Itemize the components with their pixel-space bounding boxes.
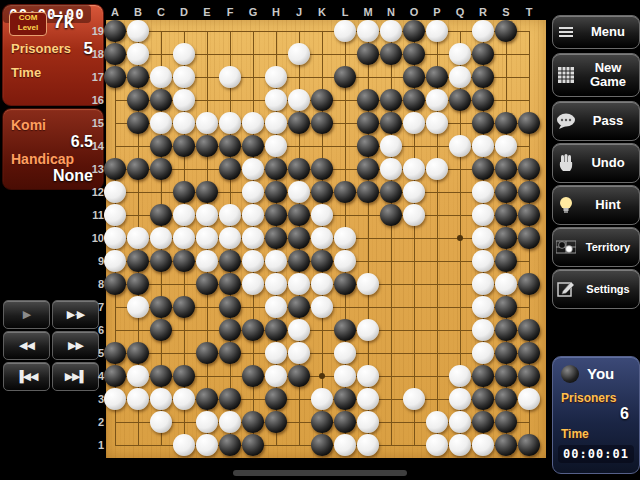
white-stone-R12 [472,181,494,203]
black-stone-C9 [150,250,172,272]
menu-button[interactable]: Menu [552,15,640,49]
black-stone-N12 [380,181,402,203]
black-stone-O18 [403,43,425,65]
white-stone-C2 [150,411,172,433]
white-stone-A11 [104,204,126,226]
black-stone-H10 [265,227,287,249]
row-label-14: 14 [84,140,104,152]
black-stone-J7 [288,296,310,318]
black-stone-K1 [311,434,333,456]
black-stone-F9 [219,250,241,272]
column-label-C: C [153,6,169,18]
black-stone-J10 [288,227,310,249]
black-stone-N18 [380,43,402,65]
white-stone-H8 [265,273,287,295]
white-stone-O15 [403,112,425,134]
white-stone-O13 [403,158,425,180]
grid-line [115,330,530,331]
pass-button[interactable]: Pass [552,101,640,141]
play-button[interactable]: ▶ [3,300,50,329]
white-stone-Q4 [449,365,471,387]
black-stone-G4 [242,365,264,387]
column-label-H: H [268,6,284,18]
player-prisoners-label: Prisoners [561,391,616,405]
white-stone-E2 [196,411,218,433]
white-stone-M8 [357,273,379,295]
white-stone-H16 [265,89,287,111]
black-stone-T4 [518,365,540,387]
row-label-16: 16 [84,94,104,106]
white-stone-C3 [150,388,172,410]
white-stone-E1 [196,434,218,456]
white-stone-J6 [288,319,310,341]
pass-label: Pass [579,114,639,128]
com-prisoners-label: Prisoners [11,41,71,56]
black-stone-B9 [127,250,149,272]
black-stone-H6 [265,319,287,341]
black-stone-C13 [150,158,172,180]
black-stone-A8 [104,273,126,295]
speech-bubble-icon [553,113,579,129]
black-stone-O17 [403,66,425,88]
row-label-15: 15 [84,117,104,129]
black-stone-R15 [472,112,494,134]
column-label-E: E [199,6,215,18]
black-stone-L12 [334,181,356,203]
black-stone-O16 [403,89,425,111]
black-stone-E5 [196,342,218,364]
black-stone-T1 [518,434,540,456]
white-stone-A9 [104,250,126,272]
black-stone-E12 [196,181,218,203]
new-game-label: New Game [579,61,639,89]
white-stone-Q2 [449,411,471,433]
black-stone-S2 [495,411,517,433]
black-stone-G1 [242,434,264,456]
menu-label: Menu [579,25,639,39]
black-stone-E14 [196,135,218,157]
row-label-1: 1 [84,439,104,451]
white-stone-N14 [380,135,402,157]
black-stone-B8 [127,273,149,295]
white-stone-F10 [219,227,241,249]
territory-button[interactable]: Territory [552,227,640,267]
white-stone-R14 [472,135,494,157]
white-stone-J18 [288,43,310,65]
black-stone-F3 [219,388,241,410]
black-stone-S7 [495,296,517,318]
black-stone-H3 [265,388,287,410]
black-stone-K16 [311,89,333,111]
black-stone-L3 [334,388,356,410]
black-stone-D4 [173,365,195,387]
player-panel: You Prisoners 6 Time 00:00:01 [552,356,640,474]
white-stone-A3 [104,388,126,410]
black-stone-T11 [518,204,540,226]
black-stone-A19 [104,20,126,42]
black-stone-H11 [265,204,287,226]
white-stone-R6 [472,319,494,341]
white-stone-K3 [311,388,333,410]
white-stone-R5 [472,342,494,364]
white-stone-H7 [265,296,287,318]
white-stone-P13 [426,158,448,180]
white-stone-B10 [127,227,149,249]
black-stone-C6 [150,319,172,341]
grid-line [115,353,530,354]
black-stone-A18 [104,43,126,65]
black-stone-H12 [265,181,287,203]
black-stone-S13 [495,158,517,180]
white-stone-D16 [173,89,195,111]
black-stone-S12 [495,181,517,203]
row-label-17: 17 [84,71,104,83]
black-stone-O19 [403,20,425,42]
white-stone-R9 [472,250,494,272]
white-stone-J5 [288,342,310,364]
white-stone-C17 [150,66,172,88]
black-stone-M14 [357,135,379,157]
black-stone-K9 [311,250,333,272]
black-stone-J15 [288,112,310,134]
black-stone-T5 [518,342,540,364]
black-stone-K13 [311,158,333,180]
white-stone-R19 [472,20,494,42]
settings-label: Settings [579,282,639,296]
row-label-18: 18 [84,48,104,60]
black-stone-A13 [104,158,126,180]
white-stone-J16 [288,89,310,111]
lightbulb-icon [553,196,579,214]
white-stone-Q18 [449,43,471,65]
black-stone-G6 [242,319,264,341]
white-stone-O12 [403,181,425,203]
black-stone-E3 [196,388,218,410]
white-stone-M6 [357,319,379,341]
black-stone-R13 [472,158,494,180]
player-prisoners-value: 6 [620,405,629,423]
hint-label: Hint [579,198,639,212]
black-stone-N11 [380,204,402,226]
black-stone-J4 [288,365,310,387]
white-stone-K10 [311,227,333,249]
black-stone-L17 [334,66,356,88]
territory-label: Territory [579,240,639,254]
undo-label: Undo [579,156,639,170]
row-label-9: 9 [84,255,104,267]
black-stone-R4 [472,365,494,387]
black-stone-S1 [495,434,517,456]
black-stone-R2 [472,411,494,433]
row-label-19: 19 [84,25,104,37]
black-stone-R3 [472,388,494,410]
black-stone-B15 [127,112,149,134]
black-stone-F8 [219,273,241,295]
black-stone-L8 [334,273,356,295]
row-label-10: 10 [84,232,104,244]
star-point [457,235,463,241]
white-stone-K8 [311,273,333,295]
black-stone-R18 [472,43,494,65]
black-stone-T15 [518,112,540,134]
black-stone-F5 [219,342,241,364]
go-board[interactable] [106,20,546,458]
white-stone-G13 [242,158,264,180]
black-stone-C4 [150,365,172,387]
white-stone-L4 [334,365,356,387]
white-stone-F17 [219,66,241,88]
handicap-label: Handicap [11,151,74,167]
black-stone-R17 [472,66,494,88]
column-label-S: S [498,6,514,18]
row-label-11: 11 [84,209,104,221]
black-stone-C7 [150,296,172,318]
white-stone-B19 [127,20,149,42]
black-stone-G14 [242,135,264,157]
black-stone-F6 [219,319,241,341]
white-stone-L5 [334,342,356,364]
black-stone-H2 [265,411,287,433]
black-stone-T13 [518,158,540,180]
white-stone-D18 [173,43,195,65]
column-label-B: B [130,6,146,18]
white-stone-E15 [196,112,218,134]
row-label-2: 2 [84,416,104,428]
white-stone-M4 [357,365,379,387]
white-stone-G11 [242,204,264,226]
white-stone-K7 [311,296,333,318]
black-stone-L2 [334,411,356,433]
white-stone-J8 [288,273,310,295]
black-stone-J9 [288,250,310,272]
board-grid-icon [553,66,579,84]
column-label-J: J [291,6,307,18]
row-label-4: 4 [84,370,104,382]
black-stone-G2 [242,411,264,433]
white-stone-G10 [242,227,264,249]
white-stone-A12 [104,181,126,203]
territory-stones-icon [553,239,579,255]
black-stone-T12 [518,181,540,203]
white-stone-E9 [196,250,218,272]
black-stone-M18 [357,43,379,65]
black-stone-F7 [219,296,241,318]
black-stone-C11 [150,204,172,226]
black-stone-S6 [495,319,517,341]
white-stone-L1 [334,434,356,456]
black-stone-T6 [518,319,540,341]
black-stone-B16 [127,89,149,111]
black-stone-M13 [357,158,379,180]
black-stone-F1 [219,434,241,456]
new-game-button[interactable]: New Game [552,53,640,97]
row-label-12: 12 [84,186,104,198]
white-stone-O11 [403,204,425,226]
white-stone-M1 [357,434,379,456]
row-label-8: 8 [84,278,104,290]
white-stone-J12 [288,181,310,203]
black-stone-A17 [104,66,126,88]
black-stone-K15 [311,112,333,134]
black-stone-Q16 [449,89,471,111]
com-time-label: Time [11,65,41,80]
white-stone-R10 [472,227,494,249]
black-stone-T10 [518,227,540,249]
white-stone-N19 [380,20,402,42]
black-stone-N15 [380,112,402,134]
black-stone-S3 [495,388,517,410]
black-stone-A4 [104,365,126,387]
black-stone-D7 [173,296,195,318]
white-stone-C15 [150,112,172,134]
white-stone-P2 [426,411,448,433]
black-stone-N16 [380,89,402,111]
white-stone-F2 [219,411,241,433]
white-stone-Q14 [449,135,471,157]
black-stone-A5 [104,342,126,364]
black-stone-J11 [288,204,310,226]
white-stone-G15 [242,112,264,134]
column-label-T: T [521,6,537,18]
white-stone-D10 [173,227,195,249]
black-stone-C16 [150,89,172,111]
white-stone-M19 [357,20,379,42]
white-stone-H5 [265,342,287,364]
hint-button[interactable]: Hint [552,185,640,225]
star-point [319,373,325,379]
white-stone-P19 [426,20,448,42]
column-label-G: G [245,6,261,18]
black-stone-B13 [127,158,149,180]
fast-rewind-button[interactable]: ◀◀ [3,331,50,360]
white-stone-R8 [472,273,494,295]
white-stone-B4 [127,365,149,387]
black-stone-S10 [495,227,517,249]
black-stone-S11 [495,204,517,226]
white-stone-D17 [173,66,195,88]
go-app-screen: COM Level 7k Prisoners 5 Time 00:00:00 K… [0,0,640,480]
white-stone-T3 [518,388,540,410]
row-label-5: 5 [84,347,104,359]
white-stone-M2 [357,411,379,433]
white-stone-P16 [426,89,448,111]
black-stone-icon [561,365,579,383]
black-stone-S4 [495,365,517,387]
black-stone-R16 [472,89,494,111]
skip-to-start-button[interactable]: ▐◀◀ [3,362,50,391]
white-stone-H4 [265,365,287,387]
white-stone-G12 [242,181,264,203]
hamburger-icon [553,26,579,38]
white-stone-H15 [265,112,287,134]
white-stone-P15 [426,112,448,134]
column-label-Q: Q [452,6,468,18]
black-stone-P17 [426,66,448,88]
white-stone-A10 [104,227,126,249]
black-stone-S19 [495,20,517,42]
white-stone-Q1 [449,434,471,456]
black-stone-D12 [173,181,195,203]
white-stone-G8 [242,273,264,295]
black-stone-L6 [334,319,356,341]
column-label-D: D [176,6,192,18]
black-stone-M16 [357,89,379,111]
com-level-badge: COM Level [9,12,47,36]
white-stone-R11 [472,204,494,226]
white-stone-H9 [265,250,287,272]
column-label-F: F [222,6,238,18]
white-stone-B3 [127,388,149,410]
row-label-6: 6 [84,324,104,336]
white-stone-D15 [173,112,195,134]
black-stone-T8 [518,273,540,295]
player-clock: 00:00:01 [558,445,634,463]
undo-button[interactable]: Undo [552,143,640,183]
white-stone-E11 [196,204,218,226]
black-stone-K12 [311,181,333,203]
white-stone-K11 [311,204,333,226]
black-stone-K2 [311,411,333,433]
black-stone-B17 [127,66,149,88]
row-label-3: 3 [84,393,104,405]
column-label-N: N [383,6,399,18]
black-stone-S9 [495,250,517,272]
white-stone-Q17 [449,66,471,88]
white-stone-L10 [334,227,356,249]
white-stone-L19 [334,20,356,42]
white-stone-H14 [265,135,287,157]
black-stone-S15 [495,112,517,134]
white-stone-B18 [127,43,149,65]
player-name: You [587,365,614,382]
white-stone-H17 [265,66,287,88]
white-stone-L9 [334,250,356,272]
pencil-document-icon [553,280,579,298]
white-stone-D3 [173,388,195,410]
column-label-A: A [107,6,123,18]
column-label-M: M [360,6,376,18]
white-stone-E10 [196,227,218,249]
white-stone-F11 [219,204,241,226]
white-stone-N13 [380,158,402,180]
white-stone-D1 [173,434,195,456]
black-stone-E8 [196,273,218,295]
row-label-13: 13 [84,163,104,175]
black-stone-B5 [127,342,149,364]
column-label-P: P [429,6,445,18]
white-stone-S8 [495,273,517,295]
column-label-O: O [406,6,422,18]
white-stone-D11 [173,204,195,226]
white-stone-P1 [426,434,448,456]
black-stone-J13 [288,158,310,180]
black-stone-S5 [495,342,517,364]
home-indicator[interactable] [233,470,407,476]
black-stone-F14 [219,135,241,157]
white-stone-C10 [150,227,172,249]
black-stone-F13 [219,158,241,180]
white-stone-B7 [127,296,149,318]
white-stone-O3 [403,388,425,410]
player-time-label: Time [561,427,589,441]
black-stone-D9 [173,250,195,272]
black-stone-M12 [357,181,379,203]
column-label-K: K [314,6,330,18]
white-stone-S14 [495,135,517,157]
black-stone-H13 [265,158,287,180]
column-label-L: L [337,6,353,18]
settings-button[interactable]: Settings [552,269,640,309]
